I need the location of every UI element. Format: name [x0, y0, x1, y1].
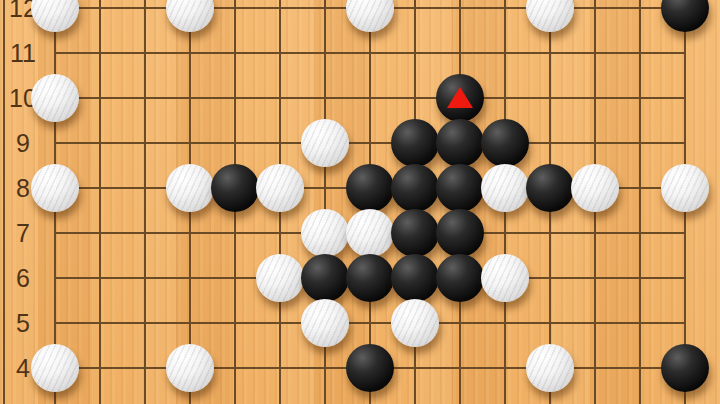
row-label-11: 11: [0, 41, 46, 66]
black-stone: [436, 74, 484, 122]
row-label-7: 7: [0, 221, 46, 246]
black-stone: [301, 254, 349, 302]
grid-vline: [99, 0, 101, 404]
grid-hline: [54, 52, 686, 54]
white-stone: [526, 344, 574, 392]
white-stone: [31, 74, 79, 122]
white-stone: [301, 299, 349, 347]
white-stone: [481, 164, 529, 212]
gomoku-board[interactable]: 121110987654: [0, 0, 720, 404]
black-stone: [661, 344, 709, 392]
row-label-9: 9: [0, 131, 46, 156]
white-stone: [661, 164, 709, 212]
white-stone: [301, 209, 349, 257]
white-stone: [391, 299, 439, 347]
black-stone: [481, 119, 529, 167]
black-stone: [391, 119, 439, 167]
grid-hline: [54, 97, 686, 99]
white-stone: [31, 164, 79, 212]
black-stone: [436, 119, 484, 167]
white-stone: [346, 209, 394, 257]
white-stone: [256, 254, 304, 302]
white-stone: [166, 164, 214, 212]
black-stone: [346, 254, 394, 302]
last-move-triangle-marker: [447, 87, 473, 108]
grid-vline: [639, 0, 641, 404]
black-stone: [211, 164, 259, 212]
white-stone: [301, 119, 349, 167]
white-stone: [166, 344, 214, 392]
black-stone: [526, 164, 574, 212]
grid-hline: [54, 142, 686, 144]
white-stone: [571, 164, 619, 212]
grid-vline: [144, 0, 146, 404]
white-stone: [31, 0, 79, 32]
white-stone: [481, 254, 529, 302]
black-stone: [436, 254, 484, 302]
white-stone: [526, 0, 574, 32]
black-stone: [346, 344, 394, 392]
white-stone: [31, 344, 79, 392]
white-stone: [166, 0, 214, 32]
black-stone: [436, 209, 484, 257]
row-label-6: 6: [0, 266, 46, 291]
black-stone: [391, 254, 439, 302]
black-stone: [391, 164, 439, 212]
white-stone: [346, 0, 394, 32]
black-stone: [436, 164, 484, 212]
grid-hline: [54, 322, 686, 324]
black-stone: [661, 0, 709, 32]
black-stone: [346, 164, 394, 212]
row-label-5: 5: [0, 311, 46, 336]
black-stone: [391, 209, 439, 257]
white-stone: [256, 164, 304, 212]
